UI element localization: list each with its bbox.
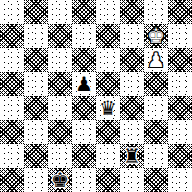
square-c4[interactable]: [48, 96, 72, 120]
square-f3[interactable]: [120, 120, 144, 144]
square-b5[interactable]: [24, 72, 48, 96]
square-g6[interactable]: ♟: [144, 48, 168, 72]
square-b7[interactable]: [24, 24, 48, 48]
square-b1[interactable]: [24, 168, 48, 192]
square-f6[interactable]: [120, 48, 144, 72]
square-d2[interactable]: [72, 144, 96, 168]
square-f8[interactable]: [120, 0, 144, 24]
square-e8[interactable]: [96, 0, 120, 24]
square-e6[interactable]: [96, 48, 120, 72]
square-b6[interactable]: [24, 48, 48, 72]
square-e3[interactable]: [96, 120, 120, 144]
square-g2[interactable]: [144, 144, 168, 168]
square-c6[interactable]: [48, 48, 72, 72]
square-b2[interactable]: [24, 144, 48, 168]
square-d3[interactable]: [72, 120, 96, 144]
square-a5[interactable]: [0, 72, 24, 96]
square-d4[interactable]: [72, 96, 96, 120]
square-e4[interactable]: ♛: [96, 96, 120, 120]
square-a4[interactable]: [0, 96, 24, 120]
square-a7[interactable]: [0, 24, 24, 48]
square-g1[interactable]: [144, 168, 168, 192]
square-c1[interactable]: ♚: [48, 168, 72, 192]
white-king[interactable]: ♚: [147, 24, 165, 48]
square-c5[interactable]: [48, 72, 72, 96]
square-b3[interactable]: [24, 120, 48, 144]
square-h1[interactable]: [168, 168, 192, 192]
square-f7[interactable]: [120, 24, 144, 48]
square-a3[interactable]: [0, 120, 24, 144]
square-d1[interactable]: [72, 168, 96, 192]
square-h5[interactable]: [168, 72, 192, 96]
square-g4[interactable]: [144, 96, 168, 120]
square-a8[interactable]: [0, 0, 24, 24]
square-e1[interactable]: [96, 168, 120, 192]
square-g8[interactable]: [144, 0, 168, 24]
square-c8[interactable]: [48, 0, 72, 24]
square-d6[interactable]: [72, 48, 96, 72]
square-g5[interactable]: [144, 72, 168, 96]
square-a1[interactable]: [0, 168, 24, 192]
square-h4[interactable]: [168, 96, 192, 120]
square-c3[interactable]: [48, 120, 72, 144]
square-a6[interactable]: [0, 48, 24, 72]
square-a2[interactable]: [0, 144, 24, 168]
square-h6[interactable]: [168, 48, 192, 72]
square-e5[interactable]: [96, 72, 120, 96]
square-h2[interactable]: [168, 144, 192, 168]
square-b4[interactable]: [24, 96, 48, 120]
square-h8[interactable]: [168, 0, 192, 24]
square-b8[interactable]: [24, 0, 48, 24]
black-queen[interactable]: ♛: [99, 96, 117, 120]
black-pawn[interactable]: ♟: [75, 72, 93, 96]
square-e2[interactable]: [96, 144, 120, 168]
square-f4[interactable]: [120, 96, 144, 120]
square-e7[interactable]: [96, 24, 120, 48]
square-f2[interactable]: ♜: [120, 144, 144, 168]
square-d7[interactable]: [72, 24, 96, 48]
square-h3[interactable]: [168, 120, 192, 144]
chess-board: ♚♟♟♛♜♚: [0, 0, 192, 192]
square-f1[interactable]: [120, 168, 144, 192]
square-f5[interactable]: [120, 72, 144, 96]
black-king[interactable]: ♚: [51, 168, 69, 192]
square-d8[interactable]: [72, 0, 96, 24]
black-rook[interactable]: ♜: [123, 144, 141, 168]
square-g7[interactable]: ♚: [144, 24, 168, 48]
square-d5[interactable]: ♟: [72, 72, 96, 96]
square-g3[interactable]: [144, 120, 168, 144]
white-pawn[interactable]: ♟: [147, 48, 165, 72]
square-c2[interactable]: [48, 144, 72, 168]
square-c7[interactable]: [48, 24, 72, 48]
square-h7[interactable]: [168, 24, 192, 48]
